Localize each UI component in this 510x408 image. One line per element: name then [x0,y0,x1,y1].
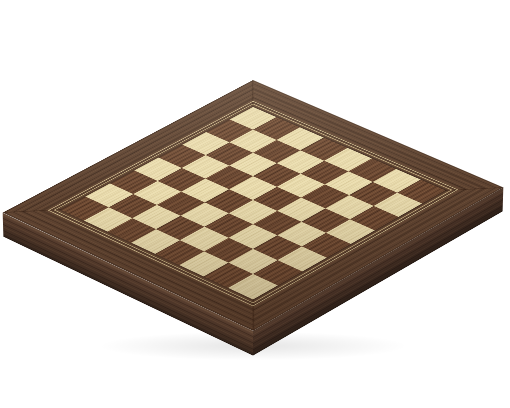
square-h3 [278,246,327,271]
frame-miter-near-corner [253,299,254,331]
square-f2 [204,238,253,263]
square-h5 [326,219,375,244]
chess-board [3,80,504,331]
square-f4 [253,211,301,235]
square-e2 [180,227,229,252]
square-g2 [228,249,277,274]
square-e3 [205,213,253,237]
frame-miter-far-corner [252,80,253,107]
square-g5 [301,208,349,232]
square-b1 [84,207,132,231]
camera-skew-wrapper [0,0,510,408]
square-c2 [132,205,180,229]
square-g6 [325,195,373,219]
square-h4 [302,233,351,258]
board-top-face [3,80,504,331]
square-h6 [350,206,398,230]
square-h2 [253,260,302,285]
square-c1 [108,218,156,242]
square-f3 [229,224,278,249]
square-e4 [229,200,277,224]
square-h7 [374,193,422,217]
square-f5 [277,198,325,222]
frame-near-left-rail [3,197,283,331]
square-d1 [131,229,180,254]
square-f1 [179,251,228,276]
square-g4 [277,222,326,247]
perspective-scene [0,0,510,408]
square-d2 [156,216,204,240]
square-h1 [228,274,278,300]
square-g1 [204,263,253,288]
square-g3 [253,235,302,260]
square-e1 [155,240,204,265]
square-d3 [181,202,229,226]
photo-background [0,0,510,408]
